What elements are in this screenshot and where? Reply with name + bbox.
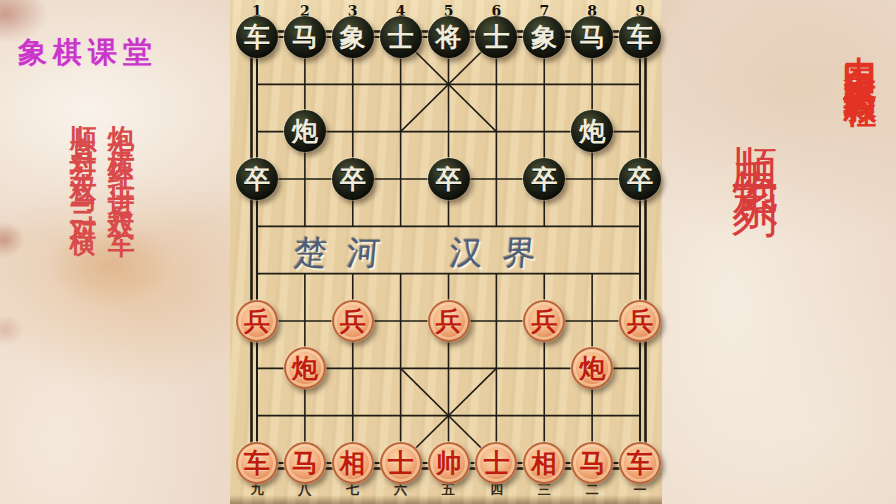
piece-glyph: 卒 bbox=[627, 166, 653, 192]
piece-glyph: 车 bbox=[244, 450, 270, 476]
piece-glyph: 相 bbox=[531, 450, 557, 476]
piece-glyph: 相 bbox=[340, 450, 366, 476]
piece-red-general-f5r10[interactable]: 帅 bbox=[428, 442, 470, 484]
piece-red-cannon-f2r8[interactable]: 炮 bbox=[284, 347, 326, 389]
piece-glyph: 士 bbox=[388, 450, 414, 476]
piece-black-advisor-f4r1[interactable]: 士 bbox=[380, 16, 422, 58]
piece-glyph: 帅 bbox=[436, 450, 462, 476]
piece-glyph: 卒 bbox=[531, 166, 557, 192]
piece-glyph: 兵 bbox=[340, 308, 366, 334]
course-title-vertical-text: 中国象棋高级教程 bbox=[844, 30, 877, 78]
video-frame: 象棋课堂 顺直对车双马三对横 炮车横红正进兵双车 123456789 九八七六五… bbox=[0, 0, 896, 504]
piece-glyph: 兵 bbox=[531, 308, 557, 334]
piece-glyph: 炮 bbox=[292, 355, 318, 381]
piece-glyph: 士 bbox=[483, 24, 509, 50]
piece-red-soldier-f5r7[interactable]: 兵 bbox=[428, 300, 470, 342]
opening-name-vertical-text: 顺直对车双马三对横 炮车横红正进兵双车 bbox=[70, 103, 135, 220]
piece-glyph: 卒 bbox=[244, 166, 270, 192]
piece-black-chariot-f1r1[interactable]: 车 bbox=[236, 16, 278, 58]
piece-glyph: 卒 bbox=[340, 166, 366, 192]
piece-red-horse-f8r10[interactable]: 马 bbox=[571, 442, 613, 484]
xiangqi-board: 123456789 九八七六五四三二一 楚河 汉界 车马象士将士象马车炮炮卒卒卒… bbox=[230, 0, 662, 504]
piece-glyph: 马 bbox=[292, 450, 318, 476]
piece-glyph: 炮 bbox=[292, 118, 318, 144]
piece-red-soldier-f7r7[interactable]: 兵 bbox=[523, 300, 565, 342]
piece-glyph: 象 bbox=[531, 24, 557, 50]
piece-red-chariot-f1r10[interactable]: 车 bbox=[236, 442, 278, 484]
piece-black-soldier-f9r4[interactable]: 卒 bbox=[619, 158, 661, 200]
piece-glyph: 士 bbox=[483, 450, 509, 476]
piece-glyph: 兵 bbox=[244, 308, 270, 334]
piece-black-cannon-f2r3[interactable]: 炮 bbox=[284, 110, 326, 152]
pieces-layer: 车马象士将士象马车炮炮卒卒卒卒卒兵兵兵兵兵炮炮车马相士帅士相马车 bbox=[233, 13, 664, 486]
piece-glyph: 车 bbox=[627, 450, 653, 476]
piece-red-soldier-f9r7[interactable]: 兵 bbox=[619, 300, 661, 342]
piece-red-elephant-f7r10[interactable]: 相 bbox=[523, 442, 565, 484]
piece-red-horse-f2r10[interactable]: 马 bbox=[284, 442, 326, 484]
piece-red-advisor-f4r10[interactable]: 士 bbox=[380, 442, 422, 484]
piece-red-advisor-f6r10[interactable]: 士 bbox=[475, 442, 517, 484]
piece-glyph: 车 bbox=[244, 24, 270, 50]
piece-red-cannon-f8r8[interactable]: 炮 bbox=[571, 347, 613, 389]
piece-red-elephant-f3r10[interactable]: 相 bbox=[332, 442, 374, 484]
piece-black-general-f5r1[interactable]: 将 bbox=[428, 16, 470, 58]
piece-black-chariot-f9r1[interactable]: 车 bbox=[619, 16, 661, 58]
piece-glyph: 兵 bbox=[436, 308, 462, 334]
piece-red-soldier-f3r7[interactable]: 兵 bbox=[332, 300, 374, 342]
piece-black-elephant-f3r1[interactable]: 象 bbox=[332, 16, 374, 58]
piece-black-cannon-f8r3[interactable]: 炮 bbox=[571, 110, 613, 152]
piece-glyph: 士 bbox=[388, 24, 414, 50]
piece-glyph: 车 bbox=[627, 24, 653, 50]
piece-black-soldier-f7r4[interactable]: 卒 bbox=[523, 158, 565, 200]
piece-glyph: 马 bbox=[579, 450, 605, 476]
piece-glyph: 炮 bbox=[579, 118, 605, 144]
piece-glyph: 兵 bbox=[627, 308, 653, 334]
piece-black-soldier-f3r4[interactable]: 卒 bbox=[332, 158, 374, 200]
opening-name-column-2: 炮车横红正进兵双车 bbox=[108, 103, 135, 220]
piece-black-advisor-f6r1[interactable]: 士 bbox=[475, 16, 517, 58]
piece-black-soldier-f1r4[interactable]: 卒 bbox=[236, 158, 278, 200]
piece-glyph: 炮 bbox=[579, 355, 605, 381]
piece-black-soldier-f5r4[interactable]: 卒 bbox=[428, 158, 470, 200]
piece-black-horse-f2r1[interactable]: 马 bbox=[284, 16, 326, 58]
piece-glyph: 将 bbox=[436, 24, 462, 50]
piece-red-soldier-f1r7[interactable]: 兵 bbox=[236, 300, 278, 342]
piece-glyph: 马 bbox=[579, 24, 605, 50]
piece-glyph: 卒 bbox=[436, 166, 462, 192]
piece-black-horse-f8r1[interactable]: 马 bbox=[571, 16, 613, 58]
channel-title: 象棋课堂 bbox=[18, 33, 158, 73]
series-title-vertical-text: 顺手炮系列 bbox=[733, 110, 779, 170]
opening-name-column-1: 顺直对车双马三对横 bbox=[70, 103, 97, 220]
piece-red-chariot-f9r10[interactable]: 车 bbox=[619, 442, 661, 484]
piece-glyph: 象 bbox=[340, 24, 366, 50]
piece-glyph: 马 bbox=[292, 24, 318, 50]
piece-black-elephant-f7r1[interactable]: 象 bbox=[523, 16, 565, 58]
